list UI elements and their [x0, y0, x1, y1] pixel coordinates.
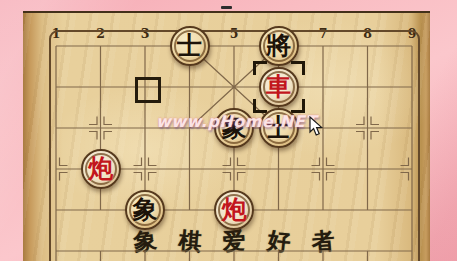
column-label-3: 3 — [136, 26, 154, 41]
piece-red-chariot[interactable]: 車 — [259, 67, 299, 107]
river-char: 棋 — [174, 225, 205, 258]
column-label-9: 9 — [403, 26, 421, 41]
piece-character: 炮 — [88, 156, 113, 181]
column-label-1: 1 — [47, 26, 65, 41]
piece-black-general[interactable]: 將 — [259, 26, 299, 66]
piece-character: 將 — [266, 33, 291, 58]
piece-black-advisor[interactable]: 士 — [259, 108, 299, 148]
piece-character: 炮 — [222, 197, 247, 222]
piece-character: 象 — [222, 115, 247, 140]
screenshot-root: 123456789 象棋爱好者 士將車象士炮象炮 www.pHome.NET — [0, 0, 457, 261]
column-label-5: 5 — [225, 26, 243, 41]
river-char: 好 — [263, 225, 294, 259]
column-label-7: 7 — [314, 26, 332, 41]
piece-black-elephant[interactable]: 象 — [125, 190, 165, 230]
column-label-2: 2 — [92, 26, 110, 41]
piece-red-cannon[interactable]: 炮 — [214, 190, 254, 230]
piece-red-cannon[interactable]: 炮 — [81, 149, 121, 189]
piece-black-advisor[interactable]: 士 — [170, 26, 210, 66]
piece-black-elephant[interactable]: 象 — [214, 108, 254, 148]
piece-character: 士 — [266, 115, 291, 140]
piece-character: 象 — [133, 197, 158, 222]
top-notch-mark — [221, 6, 232, 9]
piece-character: 車 — [266, 74, 291, 99]
piece-character: 士 — [177, 33, 202, 58]
river-char: 者 — [308, 225, 339, 258]
column-label-8: 8 — [359, 26, 377, 41]
move-origin-marker — [135, 77, 161, 103]
